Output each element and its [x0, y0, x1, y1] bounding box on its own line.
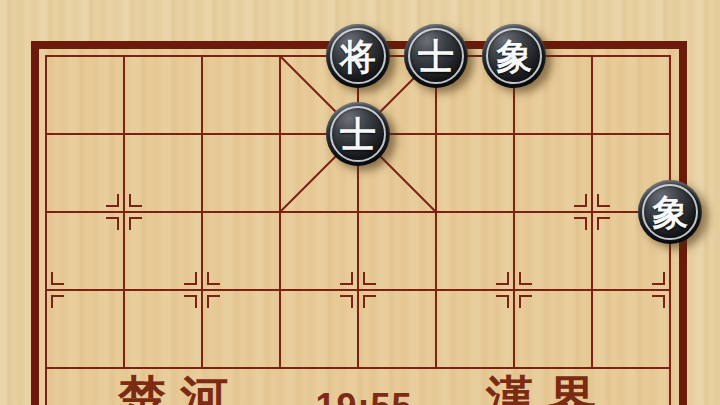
- pieces-grid: 将士象士象: [7, 17, 709, 405]
- piece-glyph: 象: [496, 38, 532, 74]
- piece-glyph: 士: [340, 116, 376, 152]
- river-label-left: 楚河: [118, 374, 242, 405]
- piece-glyph: 象: [652, 194, 688, 230]
- game-clock: 19:55: [314, 386, 414, 405]
- piece-glyph: 士: [418, 38, 454, 74]
- river-label-right: 漢界: [486, 374, 610, 405]
- xiangqi-screen: { "game": "xiangqi", "view": "top (black…: [0, 0, 720, 405]
- piece-black-elephant-1[interactable]: 象: [482, 24, 546, 88]
- piece-black-advisor-2[interactable]: 士: [326, 102, 390, 166]
- piece-glyph: 将: [340, 38, 376, 74]
- piece-black-advisor-1[interactable]: 士: [404, 24, 468, 88]
- piece-black-general[interactable]: 将: [326, 24, 390, 88]
- piece-black-elephant-2[interactable]: 象: [638, 180, 702, 244]
